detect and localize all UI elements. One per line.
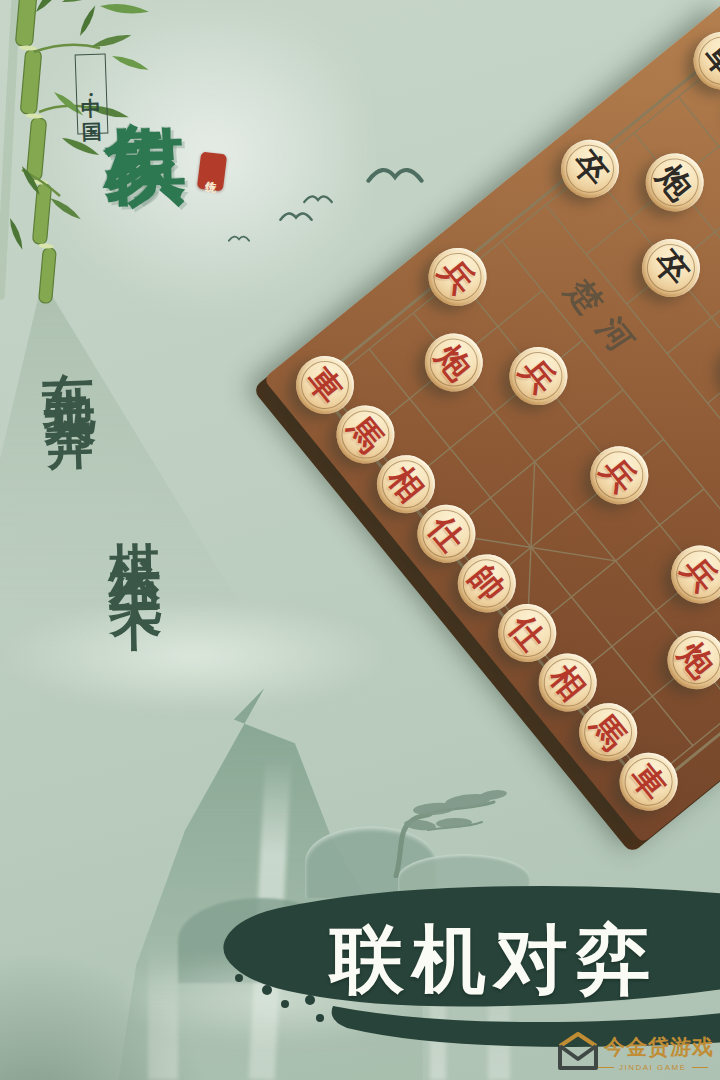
piece-glyph: 馬 (585, 709, 631, 755)
piece-glyph: 兵 (515, 353, 561, 399)
bird-icon (366, 158, 424, 184)
watermark-name: 今金贷游戏 (604, 1033, 714, 1061)
piece-glyph: 馬 (342, 411, 388, 457)
piece-glyph: 仕 (423, 511, 469, 557)
piece-glyph: 仕 (504, 610, 550, 656)
jindai-logo-icon (556, 1030, 600, 1074)
piece-glyph: 炮 (651, 159, 697, 205)
piece-glyph: 兵 (677, 551, 720, 597)
piece-glyph: 炮 (673, 637, 719, 683)
piece-glyph: 卒 (567, 146, 613, 192)
bird-icon (279, 206, 313, 222)
watermark-latin: JINDAI GAME (598, 1063, 708, 1072)
piece-glyph: 卒 (648, 245, 694, 291)
tradition-seal: 传统 (197, 152, 227, 192)
watermark: 今金贷游戏 JINDAI GAME (556, 1030, 720, 1080)
app-title-xiangqi: 象棋 (100, 55, 189, 247)
pine-tree-icon (382, 776, 510, 878)
piece-glyph: 相 (544, 659, 590, 705)
piece-glyph: 兵 (434, 254, 480, 300)
piece-glyph: 兵 (596, 452, 642, 498)
bird-icon (228, 232, 250, 242)
piece-glyph: 車 (625, 759, 671, 805)
piece-glyph: 帥 (464, 560, 510, 606)
piece-glyph: 相 (383, 461, 429, 507)
piece-glyph: 車 (699, 38, 720, 84)
bird-icon (303, 190, 333, 204)
xiangqi-splash-screen: { "game": "xiangqi", "position": "rnbaka… (0, 0, 720, 1080)
slogan-line-2: 棋术绝天下 (98, 499, 174, 870)
piece-glyph: 炮 (431, 339, 477, 385)
online-play-banner[interactable]: 联机对弈 (330, 911, 710, 1011)
piece-glyph: 車 (302, 362, 348, 408)
